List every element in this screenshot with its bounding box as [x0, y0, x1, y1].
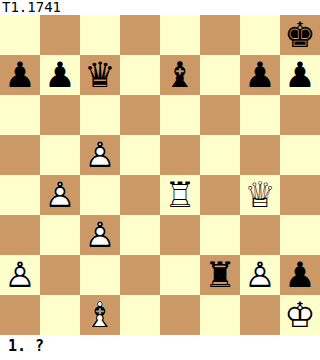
- square-h3[interactable]: [280, 215, 320, 255]
- square-g7[interactable]: ♟: [240, 55, 280, 95]
- square-g2[interactable]: ♟♙: [240, 255, 280, 295]
- square-b8[interactable]: [40, 15, 80, 55]
- square-a1[interactable]: [0, 295, 40, 335]
- square-e8[interactable]: [160, 15, 200, 55]
- square-a7[interactable]: ♟: [0, 55, 40, 95]
- square-c3[interactable]: ♟♙: [80, 215, 120, 255]
- white-king-icon-fill: ♚: [280, 295, 320, 335]
- white-pawn-icon: ♙: [0, 255, 40, 295]
- square-a6[interactable]: [0, 95, 40, 135]
- square-e3[interactable]: [160, 215, 200, 255]
- white-queen-icon: ♕: [240, 175, 280, 215]
- square-d4[interactable]: [120, 175, 160, 215]
- puzzle-id: T1.1741: [0, 0, 320, 15]
- square-a8[interactable]: [0, 15, 40, 55]
- square-b2[interactable]: [40, 255, 80, 295]
- square-f4[interactable]: [200, 175, 240, 215]
- square-f7[interactable]: [200, 55, 240, 95]
- square-c5[interactable]: ♟♙: [80, 135, 120, 175]
- black-pawn-icon: ♟: [280, 255, 320, 295]
- square-c4[interactable]: [80, 175, 120, 215]
- white-bishop-icon: ♗: [80, 295, 120, 335]
- black-pawn-icon: ♟: [280, 55, 320, 95]
- white-rook-icon-fill: ♜: [160, 175, 200, 215]
- square-d5[interactable]: [120, 135, 160, 175]
- square-f8[interactable]: [200, 15, 240, 55]
- black-pawn-icon: ♟: [240, 55, 280, 95]
- square-e2[interactable]: [160, 255, 200, 295]
- black-pawn-icon: ♟: [0, 55, 40, 95]
- square-g4[interactable]: ♛♕: [240, 175, 280, 215]
- black-bishop-icon: ♝: [160, 55, 200, 95]
- square-g1[interactable]: [240, 295, 280, 335]
- white-pawn-icon-fill: ♟: [0, 255, 40, 295]
- black-pawn-icon: ♟: [40, 55, 80, 95]
- white-queen-icon-fill: ♛: [240, 175, 280, 215]
- square-e7[interactable]: ♝: [160, 55, 200, 95]
- square-g5[interactable]: [240, 135, 280, 175]
- square-h5[interactable]: [280, 135, 320, 175]
- white-rook-icon: ♖: [160, 175, 200, 215]
- square-h2[interactable]: ♟: [280, 255, 320, 295]
- square-c7[interactable]: ♛: [80, 55, 120, 95]
- square-g6[interactable]: [240, 95, 280, 135]
- square-d7[interactable]: [120, 55, 160, 95]
- white-pawn-icon: ♙: [80, 215, 120, 255]
- white-pawn-icon: ♙: [80, 135, 120, 175]
- white-pawn-icon: ♙: [240, 255, 280, 295]
- square-a3[interactable]: [0, 215, 40, 255]
- square-d8[interactable]: [120, 15, 160, 55]
- square-c1[interactable]: ♝♗: [80, 295, 120, 335]
- square-d6[interactable]: [120, 95, 160, 135]
- square-f3[interactable]: [200, 215, 240, 255]
- square-a4[interactable]: [0, 175, 40, 215]
- white-bishop-icon-fill: ♝: [80, 295, 120, 335]
- square-b3[interactable]: [40, 215, 80, 255]
- move-prompt: 1. ?: [0, 335, 320, 360]
- square-c6[interactable]: [80, 95, 120, 135]
- square-g3[interactable]: [240, 215, 280, 255]
- square-d1[interactable]: [120, 295, 160, 335]
- black-king-icon: ♚: [280, 15, 320, 55]
- white-pawn-icon-fill: ♟: [240, 255, 280, 295]
- square-b7[interactable]: ♟: [40, 55, 80, 95]
- black-rook-icon: ♜: [200, 255, 240, 295]
- square-g8[interactable]: [240, 15, 280, 55]
- square-a5[interactable]: [0, 135, 40, 175]
- square-f5[interactable]: [200, 135, 240, 175]
- square-e1[interactable]: [160, 295, 200, 335]
- white-pawn-icon: ♙: [40, 175, 80, 215]
- square-e5[interactable]: [160, 135, 200, 175]
- square-e4[interactable]: ♜♖: [160, 175, 200, 215]
- square-d2[interactable]: [120, 255, 160, 295]
- white-pawn-icon-fill: ♟: [80, 215, 120, 255]
- square-a2[interactable]: ♟♙: [0, 255, 40, 295]
- square-e6[interactable]: [160, 95, 200, 135]
- square-h4[interactable]: [280, 175, 320, 215]
- square-c8[interactable]: [80, 15, 120, 55]
- square-c2[interactable]: [80, 255, 120, 295]
- square-b5[interactable]: [40, 135, 80, 175]
- square-b6[interactable]: [40, 95, 80, 135]
- square-d3[interactable]: [120, 215, 160, 255]
- square-f1[interactable]: [200, 295, 240, 335]
- white-king-icon: ♔: [280, 295, 320, 335]
- square-h7[interactable]: ♟: [280, 55, 320, 95]
- square-h8[interactable]: ♚: [280, 15, 320, 55]
- square-b1[interactable]: [40, 295, 80, 335]
- square-f6[interactable]: [200, 95, 240, 135]
- square-h6[interactable]: [280, 95, 320, 135]
- square-f2[interactable]: ♜: [200, 255, 240, 295]
- square-h1[interactable]: ♚♔: [280, 295, 320, 335]
- black-queen-icon: ♛: [80, 55, 120, 95]
- white-pawn-icon-fill: ♟: [80, 135, 120, 175]
- chess-board: ♚♟♟♛♝♟♟♟♙♟♙♜♖♛♕♟♙♟♙♜♟♙♟♝♗♚♔: [0, 15, 320, 335]
- square-b4[interactable]: ♟♙: [40, 175, 80, 215]
- white-pawn-icon-fill: ♟: [40, 175, 80, 215]
